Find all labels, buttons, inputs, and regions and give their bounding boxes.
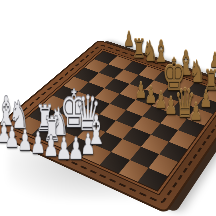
chess-set-product-photo: ♟♜♞♝♟♝♞♚♜♟♟♟♟♟♛♟♝♞♚♛♜♞♜♟♝♟♟♟♟♟♟♟ bbox=[0, 0, 216, 216]
silver-pawn: ♟ bbox=[68, 134, 84, 164]
brass-pawn: ♟ bbox=[190, 100, 203, 124]
